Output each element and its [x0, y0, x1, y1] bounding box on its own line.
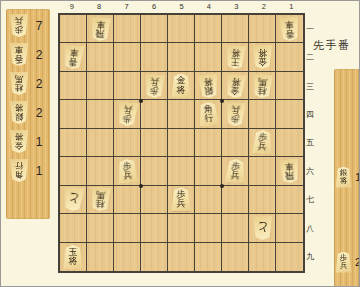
board-cell-8九[interactable]: [87, 243, 114, 271]
board-cell-5三[interactable]: 金将: [168, 72, 195, 100]
shogi-piece-歩兵[interactable]: 歩兵: [143, 73, 166, 98]
piece-kanji: 将: [69, 257, 78, 266]
shogi-piece-金将[interactable]: 金将: [223, 72, 247, 98]
board-cell-3一[interactable]: [222, 15, 249, 43]
board-cell-4六[interactable]: [195, 157, 222, 185]
piece-kanji: 将: [15, 104, 24, 113]
piece-kanji: 兵: [230, 171, 240, 181]
piece-kanji: 将: [15, 133, 24, 142]
board-cell-9八[interactable]: [60, 214, 87, 242]
piece-kanji: 王: [230, 57, 240, 67]
board-cell-1五[interactable]: [276, 129, 303, 157]
board-cell-8一[interactable]: 飛車: [87, 15, 114, 43]
board-cell-3八[interactable]: [222, 214, 249, 242]
board-cell-4二[interactable]: [195, 43, 222, 71]
rank-label: 八: [305, 214, 315, 242]
piece-kanji: 車: [15, 46, 24, 55]
board-cell-7八[interactable]: [114, 214, 141, 242]
board-cell-4五[interactable]: [195, 129, 222, 157]
board-cell-3六[interactable]: 歩兵: [222, 157, 249, 185]
shogi-board: 飛車香車香車王将金将歩兵金将銀将金将桂馬歩兵角行歩兵歩兵歩兵歩兵飛車と桂馬歩兵と…: [58, 13, 305, 273]
board-cell-6五[interactable]: [141, 129, 168, 157]
rank-label: 六: [305, 157, 315, 185]
board-cell-4四[interactable]: 角行: [195, 100, 222, 128]
gote-captured-pieces-tray: 歩兵7香車2桂馬2銀将2金将1角行1: [6, 9, 50, 219]
board-cell-3四[interactable]: 歩兵: [222, 100, 249, 128]
shogi-piece-金将[interactable]: 金将: [9, 130, 29, 153]
board-cell-9一[interactable]: [60, 15, 87, 43]
piece-kanji: と: [66, 193, 80, 206]
piece-kanji: 車: [96, 19, 106, 29]
piece-kanji: 将: [203, 76, 213, 86]
piece-kanji: 桂: [95, 199, 105, 209]
board-cell-8六[interactable]: [87, 157, 114, 185]
board-cell-4九[interactable]: [195, 243, 222, 271]
hand-count: 2: [34, 48, 44, 62]
board-cell-6三[interactable]: 歩兵: [141, 72, 168, 100]
file-label: 1: [278, 2, 305, 12]
sente-hand-row: 歩兵2: [334, 249, 360, 275]
shogi-piece-金将[interactable]: 金将: [171, 74, 192, 98]
piece-kanji: 車: [284, 19, 294, 29]
board-cell-6四[interactable]: [141, 100, 168, 128]
rank-coordinate-labels: 一二三四五六七八九: [305, 15, 315, 271]
board-cell-1一[interactable]: 香車: [276, 15, 303, 43]
board-cell-5二[interactable]: [168, 43, 195, 71]
board-cell-9四[interactable]: [60, 100, 87, 128]
piece-kanji: 兵: [123, 171, 133, 181]
board-cell-2四[interactable]: [249, 100, 276, 128]
board-cell-1四[interactable]: [276, 100, 303, 128]
piece-kanji: 金: [258, 57, 267, 66]
piece-kanji: と: [256, 222, 268, 234]
board-cell-7三[interactable]: [114, 72, 141, 100]
gote-hand-row: 銀将2: [6, 98, 50, 127]
hand-count: 2: [353, 256, 360, 268]
hoshi-star-point: [220, 99, 224, 103]
board-cell-2六[interactable]: [249, 157, 276, 185]
rank-label: 三: [305, 72, 315, 100]
shogi-piece-角行[interactable]: 角行: [9, 159, 29, 182]
piece-kanji: 兵: [15, 17, 24, 26]
shogi-piece-桂馬[interactable]: 桂馬: [89, 187, 112, 212]
board-cell-2七[interactable]: [249, 186, 276, 214]
board-cell-9七[interactable]: と: [60, 186, 87, 214]
piece-kanji: 兵: [150, 76, 160, 86]
shogi-piece-歩兵[interactable]: 歩兵: [171, 187, 192, 211]
shogi-piece-歩兵[interactable]: 歩兵: [224, 101, 247, 126]
shogi-piece-歩兵[interactable]: 歩兵: [115, 101, 139, 127]
board-cell-6九[interactable]: [141, 243, 168, 271]
hand-count: 1: [353, 171, 360, 183]
board-cell-9五[interactable]: [60, 129, 87, 157]
board-cell-6一[interactable]: [141, 15, 168, 43]
hoshi-star-point: [220, 184, 224, 188]
piece-kanji: 香: [15, 55, 24, 64]
piece-kanji: 車: [284, 161, 294, 171]
piece-kanji: 車: [69, 48, 79, 58]
shogi-piece-王将[interactable]: 王将: [224, 44, 247, 69]
shogi-piece-銀将[interactable]: 銀将: [9, 101, 29, 124]
board-cell-3三[interactable]: 金将: [222, 72, 249, 100]
board-cell-7六[interactable]: 歩兵: [114, 157, 141, 185]
file-label: 5: [168, 2, 195, 12]
board-cell-4八[interactable]: [195, 214, 222, 242]
file-label: 8: [85, 2, 112, 12]
board-cell-9六[interactable]: [60, 157, 87, 185]
rank-label: 四: [305, 100, 315, 128]
file-coordinate-labels: 987654321: [58, 2, 305, 12]
board-cell-4一[interactable]: [195, 15, 222, 43]
board-cell-5一[interactable]: [168, 15, 195, 43]
shogi-piece-歩兵[interactable]: 歩兵: [224, 158, 247, 183]
piece-kanji: 馬: [258, 76, 268, 86]
board-cell-1七[interactable]: [276, 186, 303, 214]
hand-count: 2: [34, 77, 44, 91]
gote-hand-row: 角行1: [6, 156, 50, 185]
file-label: 7: [113, 2, 140, 12]
board-cell-2九[interactable]: [249, 243, 276, 271]
piece-kanji: 将: [231, 48, 241, 58]
shogi-piece-飛車[interactable]: 飛車: [89, 16, 112, 41]
board-cell-5四[interactable]: [168, 100, 195, 128]
shogi-piece-銀将[interactable]: 銀将: [196, 73, 219, 99]
board-cell-5九[interactable]: [168, 243, 195, 271]
shogi-piece-tokin[interactable]: と: [61, 186, 85, 212]
piece-kanji: 馬: [96, 190, 106, 200]
piece-kanji: 銀: [15, 113, 24, 122]
piece-kanji: 行: [15, 162, 24, 171]
board-cell-7一[interactable]: [114, 15, 141, 43]
shogi-piece-歩兵[interactable]: 歩兵: [9, 14, 29, 37]
board-cell-1二[interactable]: [276, 43, 303, 71]
hand-count: 7: [34, 19, 44, 33]
board-cell-5五[interactable]: [168, 129, 195, 157]
shogi-piece-飛車[interactable]: 飛車: [278, 158, 301, 184]
board-cell-3二[interactable]: 王将: [222, 43, 249, 71]
piece-kanji: 兵: [123, 104, 133, 114]
piece-kanji: 将: [231, 76, 241, 86]
board-cell-2八[interactable]: と: [249, 214, 276, 242]
board-cell-6七[interactable]: [141, 186, 168, 214]
board-cell-1八[interactable]: [276, 214, 303, 242]
rank-label: 七: [305, 186, 315, 214]
board-cell-8五[interactable]: [87, 129, 114, 157]
piece-kanji: 兵: [257, 142, 267, 152]
gote-hand-row: 金将1: [6, 127, 50, 156]
board-cell-9九[interactable]: 玉将: [60, 243, 87, 271]
board-cell-1三[interactable]: [276, 72, 303, 100]
sente-hand-row: 銀将1: [334, 164, 360, 190]
board-cell-7五[interactable]: [114, 129, 141, 157]
board-cell-2二[interactable]: 金将: [249, 43, 276, 71]
board-cell-2五[interactable]: 歩兵: [249, 129, 276, 157]
board-cell-5七[interactable]: 歩兵: [168, 186, 195, 214]
board-cell-7四[interactable]: 歩兵: [114, 100, 141, 128]
shogi-piece-玉将[interactable]: 玉将: [63, 245, 84, 269]
board-cell-7二[interactable]: [114, 43, 141, 71]
board-cell-7九[interactable]: [114, 243, 141, 271]
board-cell-3五[interactable]: [222, 129, 249, 157]
piece-kanji: 兵: [177, 199, 186, 208]
hoshi-star-point: [139, 99, 143, 103]
shogi-piece-歩兵[interactable]: 歩兵: [251, 130, 274, 155]
board-cell-1九[interactable]: [276, 243, 303, 271]
board-cell-6二[interactable]: [141, 43, 168, 71]
piece-kanji: 行: [204, 114, 214, 124]
piece-kanji: 将: [340, 177, 348, 185]
board-cell-3九[interactable]: [222, 243, 249, 271]
shogi-piece-tokin[interactable]: と: [252, 216, 273, 240]
file-label: 4: [195, 2, 222, 12]
piece-kanji: 歩: [15, 26, 24, 35]
piece-kanji: 角: [15, 171, 24, 180]
shogi-piece-金将[interactable]: 金将: [252, 45, 273, 69]
piece-kanji: 兵: [231, 105, 241, 115]
shogi-piece-香車[interactable]: 香車: [278, 16, 301, 42]
piece-kanji: 将: [258, 48, 267, 57]
shogi-piece-歩兵[interactable]: 歩兵: [335, 252, 352, 273]
hand-count: 1: [34, 135, 44, 149]
rank-label: 五: [305, 129, 315, 157]
board-cell-5八[interactable]: [168, 214, 195, 242]
board-cell-1六[interactable]: 飛車: [276, 157, 303, 185]
piece-kanji: 金: [15, 142, 24, 151]
file-label: 3: [223, 2, 250, 12]
shogi-piece-香車[interactable]: 香車: [61, 44, 85, 70]
shogi-piece-香車[interactable]: 香車: [9, 43, 29, 66]
rank-label: 九: [305, 243, 315, 271]
file-label: 2: [250, 2, 277, 12]
piece-kanji: 兵: [340, 262, 348, 270]
shogi-piece-桂馬[interactable]: 桂馬: [9, 72, 29, 95]
board-cell-2一[interactable]: [249, 15, 276, 43]
shogi-piece-桂馬[interactable]: 桂馬: [251, 73, 274, 98]
gote-hand-row: 香車2: [6, 40, 50, 69]
board-cell-8七[interactable]: 桂馬: [87, 186, 114, 214]
hand-count: 1: [34, 164, 44, 178]
board-cell-8四[interactable]: [87, 100, 114, 128]
shogi-piece-歩兵[interactable]: 歩兵: [115, 158, 138, 184]
file-label: 6: [140, 2, 167, 12]
board-cell-9二[interactable]: 香車: [60, 43, 87, 71]
board-cell-7七[interactable]: [114, 186, 141, 214]
board-cell-5六[interactable]: [168, 157, 195, 185]
shogi-piece-銀将[interactable]: 銀将: [335, 167, 352, 188]
board-cell-4七[interactable]: [195, 186, 222, 214]
board-cell-8八[interactable]: [87, 214, 114, 242]
board-cell-8二[interactable]: [87, 43, 114, 71]
gote-hand-row: 桂馬2: [6, 69, 50, 98]
sente-captured-pieces-tray: 銀将1歩兵2: [334, 69, 360, 287]
hand-count: 2: [34, 106, 44, 120]
board-cell-4三[interactable]: 銀将: [195, 72, 222, 100]
hoshi-star-point: [139, 184, 143, 188]
gote-hand-row: 歩兵7: [6, 11, 50, 40]
piece-kanji: 桂: [15, 84, 24, 93]
board-cell-6六[interactable]: [141, 157, 168, 185]
board-cell-9三[interactable]: [60, 72, 87, 100]
shogi-piece-角行[interactable]: 角行: [196, 101, 219, 127]
board-cell-2三[interactable]: 桂馬: [249, 72, 276, 100]
turn-indicator: 先手番: [313, 38, 351, 53]
file-label: 9: [58, 2, 85, 12]
piece-kanji: 将: [177, 86, 186, 95]
shogi-app-window: 987654321 一二三四五六七八九 飛車香車香車王将金将歩兵金将銀将金将桂馬…: [0, 0, 360, 287]
board-cell-8三[interactable]: [87, 72, 114, 100]
board-cell-6八[interactable]: [141, 214, 168, 242]
piece-kanji: 馬: [15, 75, 24, 84]
board-cell-3七[interactable]: [222, 186, 249, 214]
